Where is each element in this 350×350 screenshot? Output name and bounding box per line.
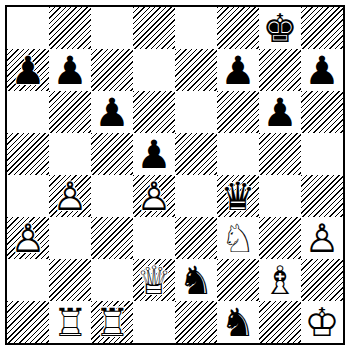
square-e5[interactable] [175, 133, 217, 175]
pawn-outline-glyph: ♙ [7, 217, 49, 259]
square-e3[interactable] [175, 217, 217, 259]
square-g8[interactable]: ♚ [259, 7, 301, 49]
square-e1[interactable] [175, 301, 217, 343]
piece-black-knight[interactable]: ♞ [175, 259, 217, 301]
bishop-outline-glyph: ♗ [259, 259, 301, 301]
rook-outline-glyph: ♖ [91, 301, 133, 343]
piece-white-pawn[interactable]: ♟♙ [7, 217, 49, 259]
chess-board: ♚♟♟♟♟♟♟♟♟♙♟♙♛♟♙♞♘♟♙♛♕♞♝♗♜♖♜♖♞♚♔ [5, 5, 345, 345]
square-g7[interactable] [259, 49, 301, 91]
king-outline-glyph: ♔ [301, 301, 343, 343]
square-h1[interactable]: ♚♔ [301, 301, 343, 343]
square-b6[interactable] [49, 91, 91, 133]
piece-white-pawn[interactable]: ♟♙ [49, 175, 91, 217]
piece-white-pawn[interactable]: ♟♙ [133, 175, 175, 217]
square-g1[interactable] [259, 301, 301, 343]
piece-black-pawn[interactable]: ♟ [7, 49, 49, 91]
square-c6[interactable]: ♟ [91, 91, 133, 133]
pawn-outline-glyph: ♙ [49, 175, 91, 217]
square-h5[interactable] [301, 133, 343, 175]
square-c8[interactable] [91, 7, 133, 49]
square-b1[interactable]: ♜♖ [49, 301, 91, 343]
square-c5[interactable] [91, 133, 133, 175]
square-e7[interactable] [175, 49, 217, 91]
square-e2[interactable]: ♞ [175, 259, 217, 301]
piece-black-pawn[interactable]: ♟ [259, 91, 301, 133]
square-b3[interactable] [49, 217, 91, 259]
square-f7[interactable]: ♟ [217, 49, 259, 91]
square-g6[interactable]: ♟ [259, 91, 301, 133]
square-f2[interactable] [217, 259, 259, 301]
piece-black-pawn[interactable]: ♟ [217, 49, 259, 91]
square-d7[interactable] [133, 49, 175, 91]
square-h4[interactable] [301, 175, 343, 217]
square-d3[interactable] [133, 217, 175, 259]
square-c1[interactable]: ♜♖ [91, 301, 133, 343]
piece-black-king[interactable]: ♚ [259, 7, 301, 49]
square-d6[interactable] [133, 91, 175, 133]
piece-white-king[interactable]: ♚♔ [301, 301, 343, 343]
piece-black-pawn[interactable]: ♟ [49, 49, 91, 91]
square-h7[interactable]: ♟ [301, 49, 343, 91]
square-e4[interactable] [175, 175, 217, 217]
square-a7[interactable]: ♟ [7, 49, 49, 91]
square-g5[interactable] [259, 133, 301, 175]
square-f5[interactable] [217, 133, 259, 175]
square-g4[interactable] [259, 175, 301, 217]
piece-white-pawn[interactable]: ♟♙ [301, 217, 343, 259]
rook-outline-glyph: ♖ [49, 301, 91, 343]
square-c7[interactable] [91, 49, 133, 91]
square-f4[interactable]: ♛ [217, 175, 259, 217]
piece-black-knight[interactable]: ♞ [217, 301, 259, 343]
queen-outline-glyph: ♕ [133, 259, 175, 301]
square-b7[interactable]: ♟ [49, 49, 91, 91]
square-b8[interactable] [49, 7, 91, 49]
square-f3[interactable]: ♞♘ [217, 217, 259, 259]
square-h3[interactable]: ♟♙ [301, 217, 343, 259]
square-f8[interactable] [217, 7, 259, 49]
square-d1[interactable] [133, 301, 175, 343]
chess-diagram-page: ♚♟♟♟♟♟♟♟♟♙♟♙♛♟♙♞♘♟♙♛♕♞♝♗♜♖♜♖♞♚♔ [0, 0, 350, 350]
square-g3[interactable] [259, 217, 301, 259]
square-g2[interactable]: ♝♗ [259, 259, 301, 301]
square-a6[interactable] [7, 91, 49, 133]
square-b5[interactable] [49, 133, 91, 175]
pawn-outline-glyph: ♙ [301, 217, 343, 259]
piece-white-bishop[interactable]: ♝♗ [259, 259, 301, 301]
square-e6[interactable] [175, 91, 217, 133]
square-a5[interactable] [7, 133, 49, 175]
piece-black-pawn[interactable]: ♟ [301, 49, 343, 91]
square-a8[interactable] [7, 7, 49, 49]
piece-white-rook[interactable]: ♜♖ [49, 301, 91, 343]
knight-outline-glyph: ♘ [217, 217, 259, 259]
square-d2[interactable]: ♛♕ [133, 259, 175, 301]
square-d8[interactable] [133, 7, 175, 49]
square-a4[interactable] [7, 175, 49, 217]
piece-black-pawn[interactable]: ♟ [133, 133, 175, 175]
square-f6[interactable] [217, 91, 259, 133]
square-a3[interactable]: ♟♙ [7, 217, 49, 259]
piece-white-rook[interactable]: ♜♖ [91, 301, 133, 343]
square-e8[interactable] [175, 7, 217, 49]
square-h8[interactable] [301, 7, 343, 49]
square-c3[interactable] [91, 217, 133, 259]
square-a2[interactable] [7, 259, 49, 301]
piece-white-queen[interactable]: ♛♕ [133, 259, 175, 301]
square-a1[interactable] [7, 301, 49, 343]
square-h6[interactable] [301, 91, 343, 133]
square-d5[interactable]: ♟ [133, 133, 175, 175]
square-b4[interactable]: ♟♙ [49, 175, 91, 217]
square-h2[interactable] [301, 259, 343, 301]
piece-white-knight[interactable]: ♞♘ [217, 217, 259, 259]
square-f1[interactable]: ♞ [217, 301, 259, 343]
pawn-outline-glyph: ♙ [133, 175, 175, 217]
square-d4[interactable]: ♟♙ [133, 175, 175, 217]
square-c4[interactable] [91, 175, 133, 217]
piece-black-queen[interactable]: ♛ [217, 175, 259, 217]
square-b2[interactable] [49, 259, 91, 301]
square-c2[interactable] [91, 259, 133, 301]
piece-black-pawn[interactable]: ♟ [91, 91, 133, 133]
